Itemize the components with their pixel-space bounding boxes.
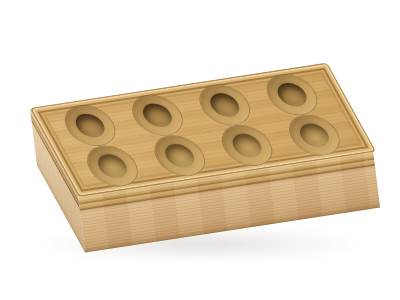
- pit-r1c1[interactable]: [58, 103, 123, 148]
- pit-bore: [138, 102, 177, 129]
- pit-bore: [205, 91, 244, 118]
- pit-bore: [93, 152, 132, 179]
- pit-bore: [71, 112, 110, 139]
- pit-r2c3[interactable]: [215, 123, 280, 168]
- pit-r2c1[interactable]: [80, 143, 145, 188]
- pit-bore: [228, 132, 267, 159]
- pit-r1c4[interactable]: [260, 72, 325, 117]
- pit-r2c2[interactable]: [147, 133, 212, 178]
- pit-r1c2[interactable]: [125, 93, 190, 138]
- pit-bore: [273, 81, 312, 108]
- pit-r2c4[interactable]: [282, 112, 347, 157]
- pit-bore: [160, 142, 199, 169]
- board: [0, 0, 400, 300]
- pit-r1c3[interactable]: [192, 82, 257, 127]
- pit-bore: [295, 122, 334, 149]
